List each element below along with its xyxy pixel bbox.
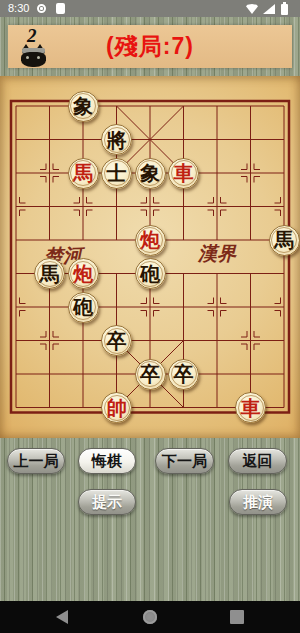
piece-black-advisor-f3r2[interactable]: 士 [101,158,132,189]
piece-black-pawn-f3r7[interactable]: 卒 [101,325,132,356]
simulate-label: 推演 [243,493,273,512]
piece-black-horse-f8r4[interactable]: 馬 [269,225,300,256]
hint-button[interactable]: 提示 [78,489,136,515]
clock-text: 8:30 [8,2,29,14]
notification-icon [56,3,65,14]
previous-game-label: 上一局 [14,452,59,471]
wifi-icon [246,4,258,14]
piece-red-cannon-f2r5[interactable]: 炮 [68,258,99,289]
recents-nav-icon[interactable] [230,610,244,624]
undo-move-label: 悔棋 [92,452,122,471]
piece-black-horse-f1r5[interactable]: 馬 [34,258,65,289]
return-label: 返回 [243,452,273,471]
piece-red-horse-f2r2[interactable]: 馬 [68,158,99,189]
next-game-button[interactable]: 下一局 [155,448,214,474]
xiangqi-board[interactable]: 楚河 漢界 象將馬士象車炮馬馬炮砲砲卒卒卒帥車 [0,76,300,438]
piece-black-pawn-f4r8[interactable]: 卒 [135,359,166,390]
page-title: (殘局:7) [8,31,292,62]
back-nav-icon[interactable] [56,610,68,624]
status-bar: 8:30 [0,0,300,17]
piece-black-pawn-f5r8[interactable]: 卒 [168,359,199,390]
piece-black-cannon-f4r5[interactable]: 砲 [135,258,166,289]
battery-icon [281,4,288,15]
piece-red-cannon-f4r4[interactable]: 炮 [135,225,166,256]
piece-red-chariot-f5r2[interactable]: 車 [168,158,199,189]
piece-black-cannon-f2r6[interactable]: 砲 [68,292,99,323]
piece-red-general-f3r9[interactable]: 帥 [101,392,132,423]
return-button[interactable]: 返回 [228,448,287,474]
data-saver-icon [37,4,46,13]
previous-game-button[interactable]: 上一局 [7,448,65,474]
android-nav-bar [0,601,300,633]
next-game-label: 下一局 [162,452,207,471]
simulate-button[interactable]: 推演 [229,489,287,515]
title-banner: 2 (殘局:7) [8,25,292,68]
piece-red-chariot-f7r9[interactable]: 車 [235,392,266,423]
piece-black-elephant-f2r0[interactable]: 象 [68,91,99,122]
piece-black-general-f3r1[interactable]: 將 [101,124,132,155]
undo-move-button[interactable]: 悔棋 [78,448,136,474]
app-screen: 8:30 2 (殘局:7) 楚河 漢界 象將馬士象車 [0,0,300,633]
piece-black-elephant-f4r2[interactable]: 象 [135,158,166,189]
pieces-grid: 象將馬士象車炮馬馬炮砲砲卒卒卒帥車 [0,89,300,424]
hint-label: 提示 [92,493,122,512]
home-nav-icon[interactable] [143,610,157,624]
signal-icon [263,4,275,14]
